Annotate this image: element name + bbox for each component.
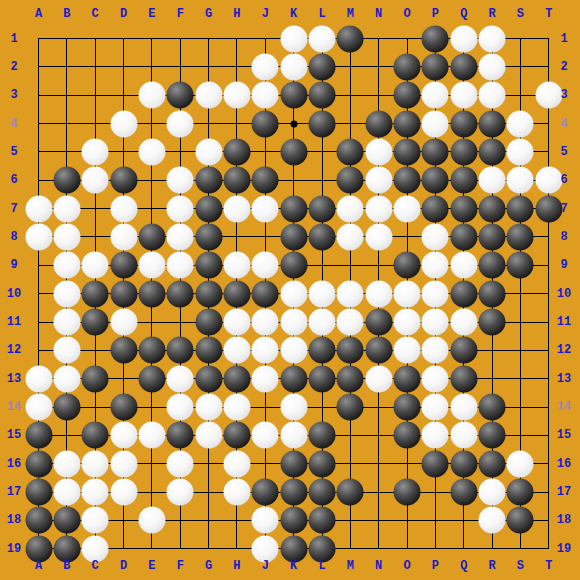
white-stone-c5[interactable] bbox=[82, 138, 109, 165]
black-stone-j10[interactable] bbox=[252, 280, 279, 307]
white-stone-c16[interactable] bbox=[82, 450, 109, 477]
white-stone-f9[interactable] bbox=[167, 252, 194, 279]
white-stone-a13[interactable] bbox=[25, 365, 52, 392]
white-stone-k14[interactable] bbox=[280, 394, 307, 421]
white-stone-t3[interactable] bbox=[535, 82, 562, 109]
column-label-bottom-r: R bbox=[488, 559, 495, 573]
column-label-bottom-c: C bbox=[92, 559, 99, 573]
white-stone-g3[interactable] bbox=[195, 82, 222, 109]
white-stone-a8[interactable] bbox=[25, 223, 52, 250]
white-stone-e9[interactable] bbox=[138, 252, 165, 279]
column-label-bottom-j: J bbox=[262, 559, 269, 573]
black-stone-o13[interactable] bbox=[394, 365, 421, 392]
row-label-left-7: 7 bbox=[10, 202, 17, 216]
black-stone-m12[interactable] bbox=[337, 337, 364, 364]
black-stone-q16[interactable] bbox=[450, 450, 477, 477]
black-stone-d14[interactable] bbox=[110, 394, 137, 421]
black-stone-m1[interactable] bbox=[337, 25, 364, 52]
black-stone-c15[interactable] bbox=[82, 422, 109, 449]
black-stone-r4[interactable] bbox=[479, 110, 506, 137]
white-stone-h9[interactable] bbox=[223, 252, 250, 279]
white-stone-p4[interactable] bbox=[422, 110, 449, 137]
black-stone-l4[interactable] bbox=[309, 110, 336, 137]
black-stone-r8[interactable] bbox=[479, 223, 506, 250]
white-stone-m10[interactable] bbox=[337, 280, 364, 307]
column-label-bottom-k: K bbox=[290, 559, 297, 573]
black-stone-o4[interactable] bbox=[394, 110, 421, 137]
white-stone-b10[interactable] bbox=[53, 280, 80, 307]
grid-line-vertical bbox=[548, 38, 549, 549]
black-stone-l12[interactable] bbox=[309, 337, 336, 364]
white-stone-o12[interactable] bbox=[394, 337, 421, 364]
column-label-top-k: K bbox=[290, 7, 297, 21]
white-stone-h12[interactable] bbox=[223, 337, 250, 364]
white-stone-n6[interactable] bbox=[365, 167, 392, 194]
white-stone-p15[interactable] bbox=[422, 422, 449, 449]
black-stone-o14[interactable] bbox=[394, 394, 421, 421]
black-stone-o2[interactable] bbox=[394, 53, 421, 80]
black-stone-o6[interactable] bbox=[394, 167, 421, 194]
black-stone-r11[interactable] bbox=[479, 309, 506, 336]
row-label-left-14: 14 bbox=[7, 400, 21, 414]
white-stone-q11[interactable] bbox=[450, 309, 477, 336]
black-stone-q13[interactable] bbox=[450, 365, 477, 392]
column-label-top-e: E bbox=[148, 7, 155, 21]
white-stone-d4[interactable] bbox=[110, 110, 137, 137]
row-label-right-12: 12 bbox=[557, 343, 571, 357]
white-stone-h16[interactable] bbox=[223, 450, 250, 477]
white-stone-n8[interactable] bbox=[365, 223, 392, 250]
white-stone-c18[interactable] bbox=[82, 507, 109, 534]
white-stone-f7[interactable] bbox=[167, 195, 194, 222]
column-label-bottom-q: Q bbox=[460, 559, 467, 573]
white-stone-b16[interactable] bbox=[53, 450, 80, 477]
black-stone-g7[interactable] bbox=[195, 195, 222, 222]
white-stone-r1[interactable] bbox=[479, 25, 506, 52]
black-stone-o17[interactable] bbox=[394, 479, 421, 506]
black-stone-f15[interactable] bbox=[167, 422, 194, 449]
column-label-top-g: G bbox=[205, 7, 212, 21]
black-stone-h13[interactable] bbox=[223, 365, 250, 392]
white-stone-j11[interactable] bbox=[252, 309, 279, 336]
black-stone-q10[interactable] bbox=[450, 280, 477, 307]
black-stone-p7[interactable] bbox=[422, 195, 449, 222]
black-stone-k13[interactable] bbox=[280, 365, 307, 392]
white-stone-p13[interactable] bbox=[422, 365, 449, 392]
black-stone-r14[interactable] bbox=[479, 394, 506, 421]
black-stone-p2[interactable] bbox=[422, 53, 449, 80]
row-label-left-13: 13 bbox=[7, 372, 21, 386]
black-stone-g13[interactable] bbox=[195, 365, 222, 392]
white-stone-c9[interactable] bbox=[82, 252, 109, 279]
black-stone-e8[interactable] bbox=[138, 223, 165, 250]
black-stone-b6[interactable] bbox=[53, 167, 80, 194]
black-stone-g11[interactable] bbox=[195, 309, 222, 336]
black-stone-p6[interactable] bbox=[422, 167, 449, 194]
white-stone-g14[interactable] bbox=[195, 394, 222, 421]
black-stone-m6[interactable] bbox=[337, 167, 364, 194]
white-stone-b13[interactable] bbox=[53, 365, 80, 392]
column-label-top-p: P bbox=[432, 7, 439, 21]
black-stone-q12[interactable] bbox=[450, 337, 477, 364]
white-stone-o11[interactable] bbox=[394, 309, 421, 336]
white-stone-k1[interactable] bbox=[280, 25, 307, 52]
column-label-bottom-l: L bbox=[318, 559, 325, 573]
black-stone-m13[interactable] bbox=[337, 365, 364, 392]
white-stone-l10[interactable] bbox=[309, 280, 336, 307]
white-stone-r3[interactable] bbox=[479, 82, 506, 109]
black-stone-l18[interactable] bbox=[309, 507, 336, 534]
white-stone-a14[interactable] bbox=[25, 394, 52, 421]
white-stone-p3[interactable] bbox=[422, 82, 449, 109]
white-stone-r18[interactable] bbox=[479, 507, 506, 534]
black-stone-k5[interactable] bbox=[280, 138, 307, 165]
white-stone-b12[interactable] bbox=[53, 337, 80, 364]
row-label-left-5: 5 bbox=[10, 145, 17, 159]
column-label-top-j: J bbox=[262, 7, 269, 21]
row-label-right-2: 2 bbox=[560, 60, 567, 74]
black-stone-q4[interactable] bbox=[450, 110, 477, 137]
row-label-right-1: 1 bbox=[560, 32, 567, 46]
white-stone-r17[interactable] bbox=[479, 479, 506, 506]
black-stone-f10[interactable] bbox=[167, 280, 194, 307]
black-stone-c11[interactable] bbox=[82, 309, 109, 336]
white-stone-j9[interactable] bbox=[252, 252, 279, 279]
white-stone-f13[interactable] bbox=[167, 365, 194, 392]
white-stone-d15[interactable] bbox=[110, 422, 137, 449]
black-stone-k9[interactable] bbox=[280, 252, 307, 279]
black-stone-d10[interactable] bbox=[110, 280, 137, 307]
white-stone-p14[interactable] bbox=[422, 394, 449, 421]
column-label-bottom-o: O bbox=[403, 559, 410, 573]
white-stone-g15[interactable] bbox=[195, 422, 222, 449]
row-label-left-1: 1 bbox=[10, 32, 17, 46]
black-stone-r9[interactable] bbox=[479, 252, 506, 279]
black-stone-s8[interactable] bbox=[507, 223, 534, 250]
row-label-right-5: 5 bbox=[560, 145, 567, 159]
white-stone-e3[interactable] bbox=[138, 82, 165, 109]
black-stone-m17[interactable] bbox=[337, 479, 364, 506]
black-stone-g10[interactable] bbox=[195, 280, 222, 307]
white-stone-d8[interactable] bbox=[110, 223, 137, 250]
column-label-bottom-p: P bbox=[432, 559, 439, 573]
white-stone-d11[interactable] bbox=[110, 309, 137, 336]
white-stone-j12[interactable] bbox=[252, 337, 279, 364]
white-stone-o7[interactable] bbox=[394, 195, 421, 222]
white-stone-e18[interactable] bbox=[138, 507, 165, 534]
row-label-left-12: 12 bbox=[7, 343, 21, 357]
black-stone-s17[interactable] bbox=[507, 479, 534, 506]
black-stone-q5[interactable] bbox=[450, 138, 477, 165]
black-stone-l16[interactable] bbox=[309, 450, 336, 477]
white-stone-f17[interactable] bbox=[167, 479, 194, 506]
white-stone-b17[interactable] bbox=[53, 479, 80, 506]
black-stone-j17[interactable] bbox=[252, 479, 279, 506]
column-label-bottom-f: F bbox=[177, 559, 184, 573]
white-stone-b11[interactable] bbox=[53, 309, 80, 336]
black-stone-d6[interactable] bbox=[110, 167, 137, 194]
white-stone-m11[interactable] bbox=[337, 309, 364, 336]
black-stone-s9[interactable] bbox=[507, 252, 534, 279]
white-stone-p10[interactable] bbox=[422, 280, 449, 307]
black-stone-o15[interactable] bbox=[394, 422, 421, 449]
black-stone-p1[interactable] bbox=[422, 25, 449, 52]
white-stone-n13[interactable] bbox=[365, 365, 392, 392]
black-stone-l2[interactable] bbox=[309, 53, 336, 80]
column-label-top-b: B bbox=[63, 7, 70, 21]
white-stone-f4[interactable] bbox=[167, 110, 194, 137]
row-label-left-2: 2 bbox=[10, 60, 17, 74]
white-stone-j15[interactable] bbox=[252, 422, 279, 449]
white-stone-e15[interactable] bbox=[138, 422, 165, 449]
black-stone-r10[interactable] bbox=[479, 280, 506, 307]
black-stone-f12[interactable] bbox=[167, 337, 194, 364]
white-stone-j13[interactable] bbox=[252, 365, 279, 392]
white-stone-j3[interactable] bbox=[252, 82, 279, 109]
row-label-right-18: 18 bbox=[557, 513, 571, 527]
black-stone-h5[interactable] bbox=[223, 138, 250, 165]
black-stone-c13[interactable] bbox=[82, 365, 109, 392]
black-stone-a16[interactable] bbox=[25, 450, 52, 477]
row-label-right-6: 6 bbox=[560, 173, 567, 187]
row-label-left-9: 9 bbox=[10, 258, 17, 272]
white-stone-j18[interactable] bbox=[252, 507, 279, 534]
black-stone-g12[interactable] bbox=[195, 337, 222, 364]
black-stone-e12[interactable] bbox=[138, 337, 165, 364]
black-stone-h6[interactable] bbox=[223, 167, 250, 194]
column-label-bottom-n: N bbox=[375, 559, 382, 573]
white-stone-l11[interactable] bbox=[309, 309, 336, 336]
black-stone-l3[interactable] bbox=[309, 82, 336, 109]
white-stone-r2[interactable] bbox=[479, 53, 506, 80]
black-stone-k3[interactable] bbox=[280, 82, 307, 109]
white-stone-p8[interactable] bbox=[422, 223, 449, 250]
black-stone-a18[interactable] bbox=[25, 507, 52, 534]
white-stone-q9[interactable] bbox=[450, 252, 477, 279]
black-stone-o3[interactable] bbox=[394, 82, 421, 109]
column-label-bottom-d: D bbox=[120, 559, 127, 573]
black-stone-g6[interactable] bbox=[195, 167, 222, 194]
black-stone-a15[interactable] bbox=[25, 422, 52, 449]
white-stone-h3[interactable] bbox=[223, 82, 250, 109]
column-label-top-r: R bbox=[488, 7, 495, 21]
white-stone-k12[interactable] bbox=[280, 337, 307, 364]
white-stone-n5[interactable] bbox=[365, 138, 392, 165]
black-stone-t7[interactable] bbox=[535, 195, 562, 222]
white-stone-o10[interactable] bbox=[394, 280, 421, 307]
row-label-right-17: 17 bbox=[557, 485, 571, 499]
black-stone-l17[interactable] bbox=[309, 479, 336, 506]
row-label-left-18: 18 bbox=[7, 513, 21, 527]
black-stone-k16[interactable] bbox=[280, 450, 307, 477]
black-stone-m5[interactable] bbox=[337, 138, 364, 165]
white-stone-s4[interactable] bbox=[507, 110, 534, 137]
black-stone-m14[interactable] bbox=[337, 394, 364, 421]
column-label-top-l: L bbox=[318, 7, 325, 21]
row-label-left-4: 4 bbox=[10, 117, 17, 131]
white-stone-c17[interactable] bbox=[82, 479, 109, 506]
black-stone-c10[interactable] bbox=[82, 280, 109, 307]
white-stone-q3[interactable] bbox=[450, 82, 477, 109]
white-stone-q1[interactable] bbox=[450, 25, 477, 52]
black-stone-q7[interactable] bbox=[450, 195, 477, 222]
black-stone-b18[interactable] bbox=[53, 507, 80, 534]
row-label-right-10: 10 bbox=[557, 287, 571, 301]
row-label-right-15: 15 bbox=[557, 428, 571, 442]
go-application: { "game": "go", "board": { "size": 19, "… bbox=[0, 0, 580, 580]
column-label-top-f: F bbox=[177, 7, 184, 21]
black-stone-r5[interactable] bbox=[479, 138, 506, 165]
black-stone-l8[interactable] bbox=[309, 223, 336, 250]
white-stone-b9[interactable] bbox=[53, 252, 80, 279]
white-stone-q15[interactable] bbox=[450, 422, 477, 449]
row-label-right-8: 8 bbox=[560, 230, 567, 244]
white-stone-k11[interactable] bbox=[280, 309, 307, 336]
black-stone-h10[interactable] bbox=[223, 280, 250, 307]
row-label-left-11: 11 bbox=[7, 315, 21, 329]
column-label-bottom-b: B bbox=[63, 559, 70, 573]
column-label-bottom-e: E bbox=[148, 559, 155, 573]
row-label-right-13: 13 bbox=[557, 372, 571, 386]
black-stone-o5[interactable] bbox=[394, 138, 421, 165]
black-stone-s7[interactable] bbox=[507, 195, 534, 222]
white-stone-p11[interactable] bbox=[422, 309, 449, 336]
white-stone-f14[interactable] bbox=[167, 394, 194, 421]
black-stone-l13[interactable] bbox=[309, 365, 336, 392]
black-stone-p16[interactable] bbox=[422, 450, 449, 477]
column-label-bottom-t: T bbox=[545, 559, 552, 573]
white-stone-d7[interactable] bbox=[110, 195, 137, 222]
row-label-left-15: 15 bbox=[7, 428, 21, 442]
black-stone-l7[interactable] bbox=[309, 195, 336, 222]
white-stone-d17[interactable] bbox=[110, 479, 137, 506]
black-stone-d12[interactable] bbox=[110, 337, 137, 364]
column-label-top-o: O bbox=[403, 7, 410, 21]
white-stone-j7[interactable] bbox=[252, 195, 279, 222]
black-stone-l15[interactable] bbox=[309, 422, 336, 449]
black-stone-n11[interactable] bbox=[365, 309, 392, 336]
white-stone-l1[interactable] bbox=[309, 25, 336, 52]
white-stone-h11[interactable] bbox=[223, 309, 250, 336]
row-label-right-4: 4 bbox=[560, 117, 567, 131]
white-stone-f16[interactable] bbox=[167, 450, 194, 477]
white-stone-d16[interactable] bbox=[110, 450, 137, 477]
white-stone-k10[interactable] bbox=[280, 280, 307, 307]
black-stone-k7[interactable] bbox=[280, 195, 307, 222]
star-point-k4 bbox=[290, 120, 297, 127]
black-stone-f3[interactable] bbox=[167, 82, 194, 109]
white-stone-h7[interactable] bbox=[223, 195, 250, 222]
black-stone-j6[interactable] bbox=[252, 167, 279, 194]
black-stone-q17[interactable] bbox=[450, 479, 477, 506]
white-stone-k15[interactable] bbox=[280, 422, 307, 449]
white-stone-s6[interactable] bbox=[507, 167, 534, 194]
black-stone-d9[interactable] bbox=[110, 252, 137, 279]
column-label-bottom-a: A bbox=[35, 559, 42, 573]
column-label-top-m: M bbox=[347, 7, 354, 21]
black-stone-h15[interactable] bbox=[223, 422, 250, 449]
white-stone-a7[interactable] bbox=[25, 195, 52, 222]
row-label-left-8: 8 bbox=[10, 230, 17, 244]
white-stone-e5[interactable] bbox=[138, 138, 165, 165]
row-label-left-10: 10 bbox=[7, 287, 21, 301]
white-stone-c6[interactable] bbox=[82, 167, 109, 194]
black-stone-k8[interactable] bbox=[280, 223, 307, 250]
row-label-right-3: 3 bbox=[560, 88, 567, 102]
black-stone-s18[interactable] bbox=[507, 507, 534, 534]
white-stone-g5[interactable] bbox=[195, 138, 222, 165]
black-stone-k17[interactable] bbox=[280, 479, 307, 506]
white-stone-m8[interactable] bbox=[337, 223, 364, 250]
column-label-bottom-h: H bbox=[233, 559, 240, 573]
row-label-right-7: 7 bbox=[560, 202, 567, 216]
row-label-right-9: 9 bbox=[560, 258, 567, 272]
column-label-top-h: H bbox=[233, 7, 240, 21]
white-stone-r6[interactable] bbox=[479, 167, 506, 194]
white-stone-h17[interactable] bbox=[223, 479, 250, 506]
black-stone-q6[interactable] bbox=[450, 167, 477, 194]
black-stone-e10[interactable] bbox=[138, 280, 165, 307]
row-label-left-19: 19 bbox=[7, 542, 21, 556]
white-stone-j2[interactable] bbox=[252, 53, 279, 80]
column-label-bottom-s: S bbox=[517, 559, 524, 573]
black-stone-n12[interactable] bbox=[365, 337, 392, 364]
black-stone-b14[interactable] bbox=[53, 394, 80, 421]
row-label-right-14: 14 bbox=[557, 400, 571, 414]
white-stone-m7[interactable] bbox=[337, 195, 364, 222]
white-stone-s16[interactable] bbox=[507, 450, 534, 477]
row-label-left-16: 16 bbox=[7, 457, 21, 471]
column-label-top-c: C bbox=[92, 7, 99, 21]
black-stone-a17[interactable] bbox=[25, 479, 52, 506]
black-stone-o9[interactable] bbox=[394, 252, 421, 279]
row-label-right-11: 11 bbox=[557, 315, 571, 329]
black-stone-r7[interactable] bbox=[479, 195, 506, 222]
black-stone-e13[interactable] bbox=[138, 365, 165, 392]
black-stone-r16[interactable] bbox=[479, 450, 506, 477]
white-stone-s5[interactable] bbox=[507, 138, 534, 165]
black-stone-n4[interactable] bbox=[365, 110, 392, 137]
black-stone-q8[interactable] bbox=[450, 223, 477, 250]
column-label-top-s: S bbox=[517, 7, 524, 21]
white-stone-p12[interactable] bbox=[422, 337, 449, 364]
white-stone-b8[interactable] bbox=[53, 223, 80, 250]
black-stone-g9[interactable] bbox=[195, 252, 222, 279]
column-label-top-a: A bbox=[35, 7, 42, 21]
white-stone-h14[interactable] bbox=[223, 394, 250, 421]
black-stone-j4[interactable] bbox=[252, 110, 279, 137]
column-label-top-n: N bbox=[375, 7, 382, 21]
black-stone-g8[interactable] bbox=[195, 223, 222, 250]
row-label-left-3: 3 bbox=[10, 88, 17, 102]
white-stone-t6[interactable] bbox=[535, 167, 562, 194]
black-stone-r15[interactable] bbox=[479, 422, 506, 449]
white-stone-p9[interactable] bbox=[422, 252, 449, 279]
black-stone-p5[interactable] bbox=[422, 138, 449, 165]
row-label-left-17: 17 bbox=[7, 485, 21, 499]
white-stone-n10[interactable] bbox=[365, 280, 392, 307]
white-stone-f6[interactable] bbox=[167, 167, 194, 194]
black-stone-q2[interactable] bbox=[450, 53, 477, 80]
white-stone-b7[interactable] bbox=[53, 195, 80, 222]
white-stone-k2[interactable] bbox=[280, 53, 307, 80]
white-stone-q14[interactable] bbox=[450, 394, 477, 421]
white-stone-n7[interactable] bbox=[365, 195, 392, 222]
go-board[interactable]: AABBCCDDEEFFGGHHJJKKLLMMNNOOPPQQRRSSTT11… bbox=[0, 0, 580, 580]
black-stone-k18[interactable] bbox=[280, 507, 307, 534]
white-stone-f8[interactable] bbox=[167, 223, 194, 250]
row-label-right-19: 19 bbox=[557, 542, 571, 556]
